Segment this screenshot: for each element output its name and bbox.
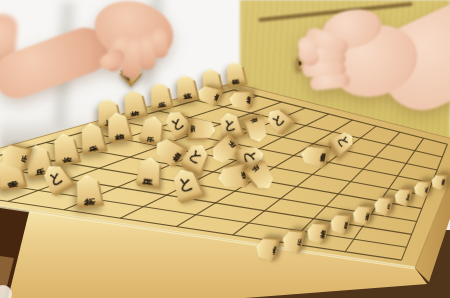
shogi-board [0, 0, 450, 298]
photo-shogi-scene: 歩兵銀将歩兵金将歩兵桂馬香車歩兵金将歩兵銀将歩兵と角行香車銀将歩兵と歩兵と歩兵銀… [0, 0, 450, 298]
